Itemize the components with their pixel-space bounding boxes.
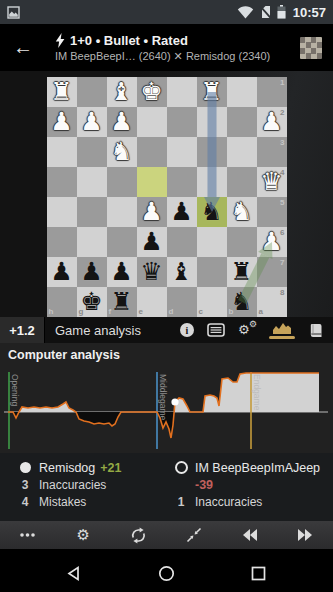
app-bar: ← 1+0 • Bullet • Rated IM BeepBeepI… (26… xyxy=(0,24,333,71)
file-label: d xyxy=(169,307,174,316)
square-h1[interactable]: ♜ xyxy=(47,77,77,107)
file-label: b xyxy=(229,307,234,316)
square-d4[interactable] xyxy=(167,167,197,197)
rewind-icon xyxy=(242,528,258,542)
white-player-icon xyxy=(175,461,188,474)
android-recents-button[interactable] xyxy=(244,559,274,589)
phase-label: Endgame xyxy=(252,374,262,411)
square-c8[interactable]: c xyxy=(197,287,227,317)
status-bar: 10:57 xyxy=(0,0,333,24)
square-a6[interactable]: ♟6 xyxy=(257,227,287,257)
flip-board-button[interactable] xyxy=(121,521,157,549)
square-a2[interactable]: ♟2 xyxy=(257,107,287,137)
square-g4[interactable] xyxy=(77,167,107,197)
black-player-name: Remisdog xyxy=(39,461,95,475)
collapse-board-button[interactable] xyxy=(176,521,212,549)
file-label: e xyxy=(139,307,143,316)
white-stat-label: Inaccuracies xyxy=(195,493,333,510)
piece-white-pawn: ♟ xyxy=(77,107,107,137)
more-menu-button[interactable] xyxy=(10,521,46,549)
screenshot-notification-icon xyxy=(7,6,20,19)
white-player-summary: IM BeepBeepImAJeep -39 1 Inaccuracies xyxy=(170,459,333,521)
square-g7[interactable]: ♟ xyxy=(77,257,107,287)
square-d5[interactable]: ♟ xyxy=(167,197,197,227)
square-d7[interactable]: ♝ xyxy=(167,257,197,287)
engine-settings-button[interactable]: ⚙⚙ xyxy=(238,322,256,338)
square-g6[interactable] xyxy=(77,227,107,257)
rank-label: 1 xyxy=(280,78,284,87)
eval-graph[interactable]: OpeningMiddlegameEndgame xyxy=(0,365,333,457)
rank-label: 5 xyxy=(280,198,284,207)
square-f8[interactable]: ♜f xyxy=(107,287,137,317)
square-a8[interactable]: a8 xyxy=(257,287,287,317)
white-stat-count: 1 xyxy=(170,493,192,510)
square-d2[interactable] xyxy=(167,107,197,137)
black-player-summary: Remisdog +21 3 Inaccuracies 4 Mistakes xyxy=(14,459,164,521)
square-b1[interactable] xyxy=(227,77,257,107)
piece-black-pawn: ♟ xyxy=(167,197,197,227)
chart-tab-button[interactable] xyxy=(269,321,295,339)
android-nav-bar xyxy=(0,549,333,592)
ellipsis-icon xyxy=(19,527,36,543)
square-a5[interactable]: 5 xyxy=(257,197,287,227)
cycle-arrows-icon xyxy=(130,527,147,544)
piece-white-rook: ♜ xyxy=(47,77,77,107)
square-d8[interactable]: d xyxy=(167,287,197,317)
piece-white-knight: ♞ xyxy=(227,197,257,227)
players-line: IM BeepBeepI… (2640) ✕ Remisdog (2340) xyxy=(55,50,294,63)
piece-white-knight: ♞ xyxy=(107,137,137,167)
battery-icon xyxy=(277,5,286,19)
square-h4[interactable] xyxy=(47,167,77,197)
piece-black-pawn: ♟ xyxy=(107,257,137,287)
black-stat-label: Inaccuracies xyxy=(39,476,164,493)
back-triangle-icon xyxy=(66,565,83,582)
square-d1[interactable] xyxy=(167,77,197,107)
square-f4[interactable] xyxy=(107,167,137,197)
clock: 10:57 xyxy=(293,5,326,20)
analysis-summary: Remisdog +21 3 Inaccuracies 4 Mistakes I… xyxy=(0,453,333,521)
piece-white-pawn: ♟ xyxy=(257,107,287,137)
piece-white-pawn: ♟ xyxy=(137,197,167,227)
board-wrap: ♜♝♚♜1♟♟♟♟2♞3♛4♟♟♞♞5♟♟6♟♟♟♛♝♜7h♚g♜fedc♞ba… xyxy=(47,77,287,317)
square-e1[interactable]: ♚ xyxy=(137,77,167,107)
chess-board[interactable]: ♜♝♚♜1♟♟♟♟2♞3♛4♟♟♞♞5♟♟6♟♟♟♛♝♜7h♚g♜fedc♞ba… xyxy=(47,77,287,317)
recents-square-icon xyxy=(250,565,267,582)
square-b5[interactable]: ♞ xyxy=(227,197,257,227)
inward-arrows-icon xyxy=(186,527,202,543)
square-h7[interactable]: ♟ xyxy=(47,257,77,287)
file-label: a xyxy=(259,307,263,316)
rank-label: 6 xyxy=(280,228,284,237)
bullet-lightning-icon xyxy=(55,33,65,48)
analysis-tab-bar: +1.2 Game analysis i ⚙⚙ xyxy=(0,317,333,343)
square-d3[interactable] xyxy=(167,137,197,167)
black-rating-change: +21 xyxy=(100,461,121,475)
no-sim-icon xyxy=(259,5,272,19)
piece-black-bishop: ♝ xyxy=(167,257,197,287)
white-rating-change: -39 xyxy=(195,478,213,492)
square-c3[interactable] xyxy=(197,137,227,167)
square-h2[interactable]: ♟ xyxy=(47,107,77,137)
piece-black-rook: ♜ xyxy=(227,257,257,287)
square-b7[interactable]: ♜ xyxy=(227,257,257,287)
file-label: g xyxy=(79,307,84,316)
info-button[interactable]: i xyxy=(180,323,194,337)
square-g5[interactable] xyxy=(77,197,107,227)
square-h3[interactable] xyxy=(47,137,77,167)
square-b3[interactable] xyxy=(227,137,257,167)
square-a1[interactable]: 1 xyxy=(257,77,287,107)
square-b2[interactable] xyxy=(227,107,257,137)
piece-black-pawn: ♟ xyxy=(137,227,167,257)
square-e7[interactable]: ♛ xyxy=(137,257,167,287)
square-f5[interactable] xyxy=(107,197,137,227)
wifi-icon xyxy=(237,6,254,19)
square-c6[interactable] xyxy=(197,227,227,257)
home-circle-icon xyxy=(158,565,175,582)
square-b6[interactable] xyxy=(227,227,257,257)
square-f7[interactable]: ♟ xyxy=(107,257,137,287)
square-e8[interactable]: e xyxy=(137,287,167,317)
file-label: c xyxy=(199,307,203,316)
square-e5[interactable]: ♟ xyxy=(137,197,167,227)
header-titles: 1+0 • Bullet • Rated IM BeepBeepI… (2640… xyxy=(46,33,294,63)
square-c2[interactable] xyxy=(197,107,227,137)
square-g1[interactable] xyxy=(77,77,107,107)
square-h6[interactable] xyxy=(47,227,77,257)
computer-analysis-heading: Computer analysis xyxy=(0,343,333,365)
square-h5[interactable] xyxy=(47,197,77,227)
previous-move-button[interactable] xyxy=(232,521,268,549)
square-f3[interactable]: ♞ xyxy=(107,137,137,167)
eval-badge: +1.2 xyxy=(0,317,45,343)
square-g2[interactable]: ♟ xyxy=(77,107,107,137)
computer-analysis-section: Computer analysis OpeningMiddlegameEndga… xyxy=(0,343,333,453)
square-c7[interactable] xyxy=(197,257,227,287)
opening-book-button[interactable] xyxy=(308,323,323,338)
settings-button[interactable]: ⚙ xyxy=(65,521,101,549)
android-home-button[interactable] xyxy=(152,559,182,589)
file-label: f xyxy=(109,307,112,316)
square-g8[interactable]: ♚g xyxy=(77,287,107,317)
square-f6[interactable] xyxy=(107,227,137,257)
back-arrow-button[interactable]: ← xyxy=(0,24,46,71)
piece-black-queen: ♛ xyxy=(137,257,167,287)
rank-label: 4 xyxy=(280,168,284,177)
square-a4[interactable]: ♛4 xyxy=(257,167,287,197)
square-c1[interactable]: ♜ xyxy=(197,77,227,107)
info-icon: i xyxy=(180,323,194,337)
piece-white-bishop: ♝ xyxy=(107,77,137,107)
piece-white-pawn: ♟ xyxy=(107,107,137,137)
board-area: ♜♝♚♜1♟♟♟♟2♞3♛4♟♟♞♞5♟♟6♟♟♟♛♝♜7h♚g♜fedc♞ba… xyxy=(0,71,333,317)
square-e6[interactable]: ♟ xyxy=(137,227,167,257)
white-player-name: IM BeepBeepImAJeep xyxy=(195,461,320,475)
square-a3[interactable]: 3 xyxy=(257,137,287,167)
piece-white-rook: ♜ xyxy=(197,77,227,107)
board-thumbnail-icon[interactable] xyxy=(300,37,322,59)
book-icon xyxy=(308,323,323,338)
phase-label: Opening xyxy=(10,374,20,406)
square-c5[interactable]: ♞ xyxy=(197,197,227,227)
square-b8[interactable]: ♞b xyxy=(227,287,257,317)
square-e2[interactable] xyxy=(137,107,167,137)
area-chart-icon xyxy=(273,321,291,334)
piece-white-king: ♚ xyxy=(137,77,167,107)
piece-black-rook: ♜ xyxy=(107,287,137,317)
fast-forward-icon xyxy=(297,528,313,542)
square-e4[interactable] xyxy=(137,167,167,197)
piece-black-pawn: ♟ xyxy=(47,257,77,287)
phase-label: Middlegame xyxy=(158,374,168,421)
square-d6[interactable] xyxy=(167,227,197,257)
piece-black-king: ♚ xyxy=(77,287,107,317)
piece-white-pawn: ♟ xyxy=(47,107,77,137)
piece-black-knight: ♞ xyxy=(197,197,227,227)
active-tab-underline xyxy=(269,336,295,339)
rank-label: 7 xyxy=(280,258,284,267)
piece-white-queen: ♛ xyxy=(257,167,287,197)
move-list-icon xyxy=(207,323,225,337)
square-h8[interactable]: h xyxy=(47,287,77,317)
black-stat-count: 3 xyxy=(14,476,36,493)
gears-icon: ⚙⚙ xyxy=(238,322,256,338)
square-e3[interactable] xyxy=(137,137,167,167)
piece-white-pawn: ♟ xyxy=(257,227,287,257)
game-title: 1+0 • Bullet • Rated xyxy=(70,33,188,48)
gear-icon: ⚙ xyxy=(77,528,90,543)
rank-label: 3 xyxy=(280,138,284,147)
bottom-toolbar: ⚙ xyxy=(0,521,333,549)
square-f1[interactable]: ♝ xyxy=(107,77,137,107)
analysis-label: Game analysis xyxy=(45,317,180,343)
square-b4[interactable] xyxy=(227,167,257,197)
move-list-button[interactable] xyxy=(207,323,225,337)
rank-label: 2 xyxy=(280,108,284,117)
black-stat-label: Mistakes xyxy=(39,493,164,510)
square-c4[interactable] xyxy=(197,167,227,197)
black-stat-count: 4 xyxy=(14,493,36,510)
screen: 10:57 ← 1+0 • Bullet • Rated IM BeepBeep… xyxy=(0,0,333,592)
android-back-button[interactable] xyxy=(60,559,90,589)
current-move-dot[interactable] xyxy=(171,398,178,405)
square-a7[interactable]: 7 xyxy=(257,257,287,287)
rank-label: 8 xyxy=(280,288,284,297)
piece-black-pawn: ♟ xyxy=(77,257,107,287)
square-g3[interactable] xyxy=(77,137,107,167)
black-player-icon xyxy=(20,462,31,473)
square-f2[interactable]: ♟ xyxy=(107,107,137,137)
file-label: h xyxy=(49,307,54,316)
piece-black-knight: ♞ xyxy=(227,287,257,317)
next-move-button[interactable] xyxy=(287,521,323,549)
